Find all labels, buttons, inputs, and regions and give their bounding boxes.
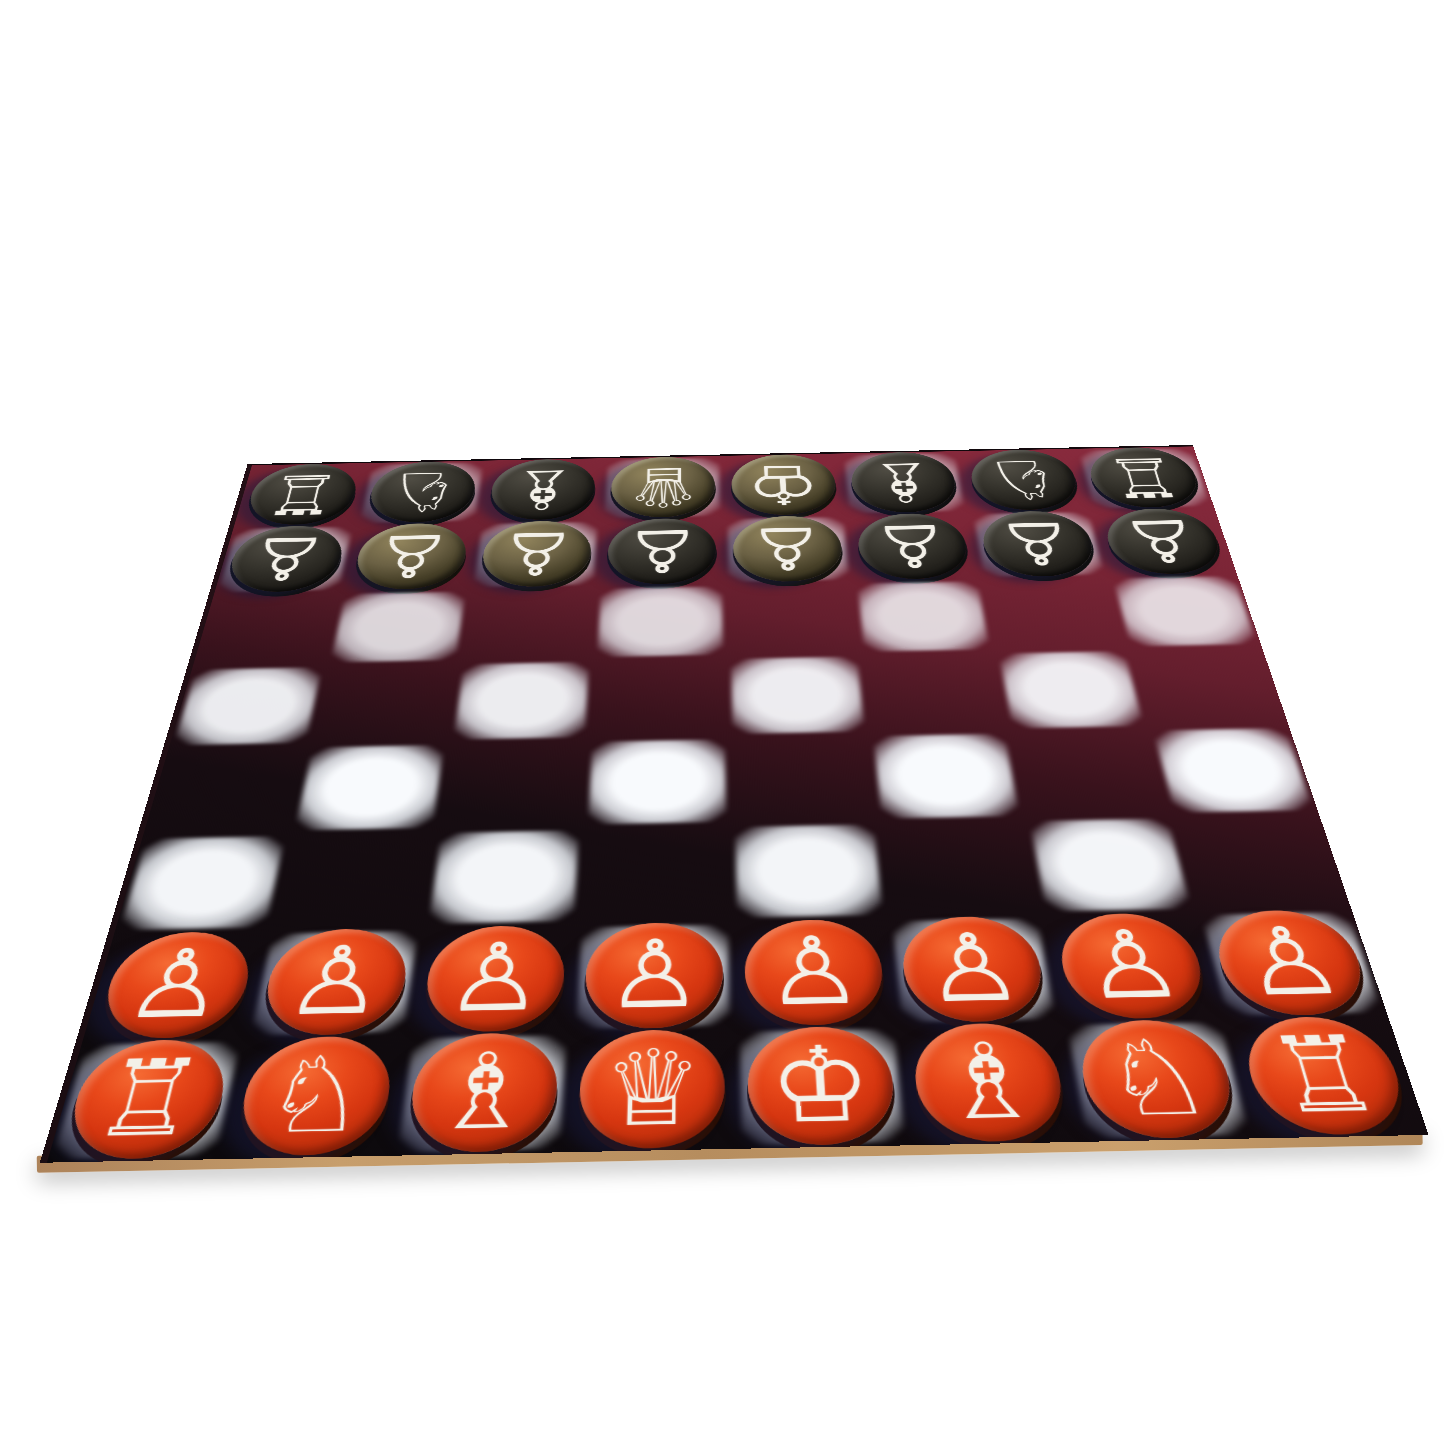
- square-d8[interactable]: ♕: [601, 456, 724, 520]
- square-b7[interactable]: ♙: [342, 522, 479, 592]
- square-c6[interactable]: [460, 587, 598, 663]
- chess-board: ♖♘♗♕♔♗♘♖♙♙♙♙♙♙♙♙♙♙♙♙♙♙♙♙♖♘♗♕♔♗♘♖: [40, 445, 1429, 1163]
- black-pawn-b7[interactable]: ♙: [351, 522, 470, 590]
- square-b2[interactable]: ♙: [246, 927, 424, 1038]
- piece-symbol: ♕: [600, 1035, 704, 1142]
- square-e3[interactable]: [731, 821, 888, 921]
- piece-symbol: ♙: [605, 927, 703, 1023]
- piece-symbol: ♖: [1259, 1022, 1391, 1128]
- piece-symbol: ♔: [768, 1032, 875, 1139]
- square-e6[interactable]: [725, 582, 860, 657]
- red-queen-d1[interactable]: ♕: [577, 1029, 725, 1150]
- black-rook-a8[interactable]: ♖: [243, 463, 362, 526]
- piece-symbol: ♙: [749, 519, 828, 579]
- square-f3[interactable]: [878, 818, 1042, 918]
- piece-symbol: ♙: [496, 524, 577, 584]
- square-b5[interactable]: [309, 662, 460, 745]
- sprayed-light-square: [429, 830, 580, 924]
- red-knight-b1[interactable]: ♘: [232, 1035, 397, 1156]
- square-h2[interactable]: ♙: [1197, 909, 1388, 1019]
- square-d7[interactable]: ♙: [598, 517, 726, 586]
- square-e8[interactable]: ♔: [723, 453, 847, 517]
- square-f6[interactable]: [853, 579, 994, 654]
- piece-symbol: ♖: [1100, 450, 1188, 505]
- red-pawn-g2[interactable]: ♙: [1053, 912, 1213, 1020]
- square-c3[interactable]: [423, 827, 583, 927]
- square-f2[interactable]: ♙: [887, 915, 1061, 1025]
- square-c8[interactable]: ♗: [479, 458, 605, 522]
- piece-symbol: ♙: [871, 516, 955, 576]
- piece-symbol: ♙: [280, 933, 392, 1029]
- square-f5[interactable]: [861, 652, 1009, 734]
- piece-symbol: ♙: [994, 514, 1082, 574]
- square-d2[interactable]: ♙: [572, 921, 735, 1032]
- sprayed-light-square: [120, 836, 285, 930]
- piece-symbol: ♔: [746, 457, 822, 512]
- square-e4[interactable]: [729, 734, 878, 824]
- square-g3[interactable]: [1025, 815, 1197, 914]
- square-e2[interactable]: ♙: [733, 918, 899, 1029]
- piece-symbol: ♗: [864, 455, 944, 510]
- square-f4[interactable]: [869, 731, 1025, 821]
- square-b1[interactable]: ♘: [220, 1035, 409, 1159]
- square-d6[interactable]: [593, 584, 727, 660]
- piece-symbol: ♙: [368, 526, 454, 586]
- square-c4[interactable]: [437, 739, 589, 830]
- square-b3[interactable]: [269, 830, 437, 930]
- sprayed-light-square: [735, 824, 882, 918]
- sprayed-light-square: [1029, 818, 1191, 912]
- square-a6[interactable]: [192, 592, 341, 668]
- square-d4[interactable]: [584, 737, 731, 828]
- red-pawn-e2[interactable]: ♙: [744, 918, 887, 1026]
- square-a5[interactable]: [169, 665, 326, 748]
- square-d5[interactable]: [589, 657, 729, 740]
- square-h8[interactable]: ♖: [1076, 446, 1215, 510]
- piece-symbol: ♘: [256, 1042, 376, 1149]
- product-photo-background: ♖♘♗♕♔♗♘♖♙♙♙♙♙♙♙♙♙♙♙♙♙♙♙♙♖♘♗♕♔♗♘♖: [0, 0, 1445, 1445]
- sprayed-light-square: [295, 745, 444, 830]
- square-f8[interactable]: ♗: [840, 451, 969, 515]
- piece-symbol: ♙: [623, 521, 700, 581]
- square-c2[interactable]: ♙: [409, 924, 578, 1035]
- square-f1[interactable]: ♗: [898, 1022, 1083, 1145]
- square-d3[interactable]: [578, 824, 733, 924]
- red-pawn-c2[interactable]: ♙: [420, 924, 567, 1032]
- sprayed-light-square: [453, 662, 589, 740]
- square-c1[interactable]: ♗: [392, 1032, 572, 1156]
- black-bishop-c8[interactable]: ♗: [488, 458, 597, 520]
- piece-symbol: ♗: [428, 1039, 539, 1146]
- sprayed-light-square: [588, 739, 726, 824]
- piece-symbol: ♙: [241, 529, 331, 589]
- square-b4[interactable]: [290, 742, 449, 833]
- square-e5[interactable]: [727, 654, 869, 736]
- square-a4[interactable]: [143, 745, 309, 836]
- square-a8[interactable]: ♖: [234, 463, 370, 527]
- square-c7[interactable]: ♙: [470, 520, 602, 589]
- red-bishop-f1[interactable]: ♗: [910, 1022, 1071, 1142]
- square-g4[interactable]: [1009, 728, 1172, 818]
- square-g6[interactable]: [981, 576, 1128, 651]
- square-g2[interactable]: ♙: [1042, 912, 1225, 1022]
- square-g5[interactable]: [994, 649, 1148, 731]
- piece-symbol: ♙: [1229, 915, 1353, 1010]
- square-e1[interactable]: ♔: [735, 1025, 910, 1148]
- sprayed-light-square: [731, 657, 864, 734]
- square-a3[interactable]: [114, 833, 290, 933]
- square-h6[interactable]: [1109, 574, 1262, 649]
- piece-symbol: ♙: [1117, 511, 1210, 570]
- square-a2[interactable]: ♙: [82, 930, 268, 1041]
- black-pawn-h7[interactable]: ♙: [1100, 508, 1227, 575]
- piece-symbol: ♘: [382, 464, 464, 519]
- piece-symbol: ♙: [117, 937, 237, 1033]
- piece-symbol: ♙: [1074, 918, 1190, 1013]
- piece-symbol: ♖: [259, 467, 345, 522]
- sprayed-light-square: [1154, 728, 1314, 813]
- piece-symbol: ♙: [919, 921, 1028, 1016]
- sprayed-light-square: [873, 734, 1019, 819]
- square-g8[interactable]: ♘: [958, 449, 1092, 513]
- piece-symbol: ♗: [931, 1029, 1047, 1135]
- square-b6[interactable]: [326, 589, 470, 665]
- square-h4[interactable]: [1149, 725, 1319, 815]
- piece-symbol: ♙: [442, 930, 547, 1026]
- piece-symbol: ♗: [504, 462, 582, 517]
- square-b8[interactable]: ♘: [356, 461, 487, 525]
- square-h1[interactable]: ♖: [1225, 1016, 1429, 1139]
- piece-symbol: ♖: [84, 1045, 212, 1152]
- square-h5[interactable]: [1128, 646, 1289, 728]
- sprayed-light-square: [174, 667, 322, 745]
- piece-symbol: ♘: [1095, 1026, 1219, 1132]
- sprayed-light-square: [999, 651, 1144, 728]
- red-rook-h1[interactable]: ♖: [1236, 1016, 1416, 1136]
- square-h7[interactable]: ♙: [1092, 507, 1237, 576]
- black-pawn-f7[interactable]: ♙: [855, 513, 972, 580]
- sprayed-light-square: [598, 586, 723, 657]
- square-f7[interactable]: ♙: [847, 512, 982, 581]
- red-pawn-a2[interactable]: ♙: [94, 931, 258, 1040]
- square-c5[interactable]: [449, 660, 594, 743]
- sprayed-light-square: [857, 581, 990, 652]
- square-a1[interactable]: ♖: [47, 1038, 246, 1162]
- piece-symbol: ♘: [982, 452, 1066, 507]
- square-e7[interactable]: ♙: [724, 515, 853, 584]
- sprayed-light-square: [331, 591, 466, 662]
- black-pawn-d7[interactable]: ♙: [607, 517, 717, 585]
- square-a7[interactable]: ♙: [214, 525, 356, 595]
- piece-symbol: ♕: [626, 459, 700, 514]
- sprayed-light-square: [1113, 576, 1256, 647]
- square-d1[interactable]: ♕: [565, 1029, 738, 1153]
- square-h3[interactable]: [1171, 812, 1351, 911]
- piece-symbol: ♙: [764, 924, 865, 1020]
- black-king-e8[interactable]: ♔: [731, 454, 838, 516]
- square-g7[interactable]: ♙: [969, 510, 1109, 579]
- board-tilt-wrapper: ♖♘♗♕♔♗♘♖♙♙♙♙♙♙♙♙♙♙♙♙♙♙♙♙♖♘♗♕♔♗♘♖: [0, 0, 1445, 1445]
- black-knight-g8[interactable]: ♘: [966, 449, 1083, 511]
- square-g1[interactable]: ♘: [1061, 1019, 1255, 1142]
